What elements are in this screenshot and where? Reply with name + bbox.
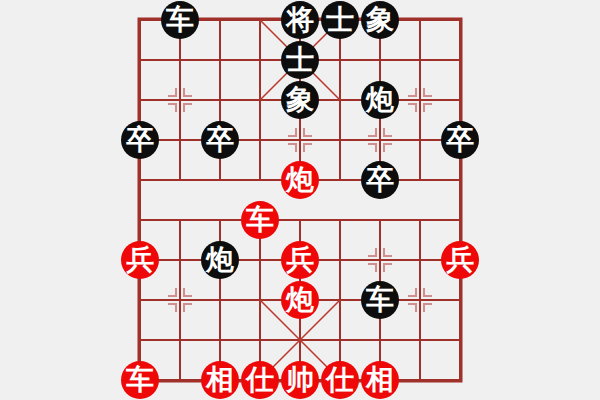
piece-black-general[interactable]: 将 [281, 1, 319, 39]
piece-black-cannon[interactable]: 炮 [201, 241, 239, 279]
piece-black-elephant[interactable]: 象 [361, 1, 399, 39]
app-background: 车将士象士象炮卒卒卒炮卒车兵炮兵兵炮车车相仕帅仕相 [0, 0, 600, 400]
piece-red-chariot[interactable]: 车 [121, 361, 159, 399]
piece-black-elephant[interactable]: 象 [281, 81, 319, 119]
piece-black-advisor[interactable]: 士 [321, 1, 359, 39]
piece-red-elephant[interactable]: 相 [361, 361, 399, 399]
piece-black-soldier[interactable]: 卒 [361, 161, 399, 199]
piece-black-cannon[interactable]: 炮 [361, 81, 399, 119]
piece-red-advisor[interactable]: 仕 [321, 361, 359, 399]
piece-black-chariot[interactable]: 车 [161, 1, 199, 39]
piece-black-advisor[interactable]: 士 [281, 41, 319, 79]
piece-red-soldier[interactable]: 兵 [281, 241, 319, 279]
pieces-layer: 车将士象士象炮卒卒卒炮卒车兵炮兵兵炮车车相仕帅仕相 [0, 0, 600, 400]
piece-red-cannon[interactable]: 炮 [281, 161, 319, 199]
piece-black-soldier[interactable]: 卒 [441, 121, 479, 159]
piece-red-soldier[interactable]: 兵 [441, 241, 479, 279]
piece-red-advisor[interactable]: 仕 [241, 361, 279, 399]
piece-red-general[interactable]: 帅 [281, 361, 319, 399]
piece-red-chariot[interactable]: 车 [241, 201, 279, 239]
piece-red-cannon[interactable]: 炮 [281, 281, 319, 319]
piece-black-chariot[interactable]: 车 [361, 281, 399, 319]
piece-black-soldier[interactable]: 卒 [121, 121, 159, 159]
piece-black-soldier[interactable]: 卒 [201, 121, 239, 159]
piece-red-soldier[interactable]: 兵 [121, 241, 159, 279]
piece-red-elephant[interactable]: 相 [201, 361, 239, 399]
